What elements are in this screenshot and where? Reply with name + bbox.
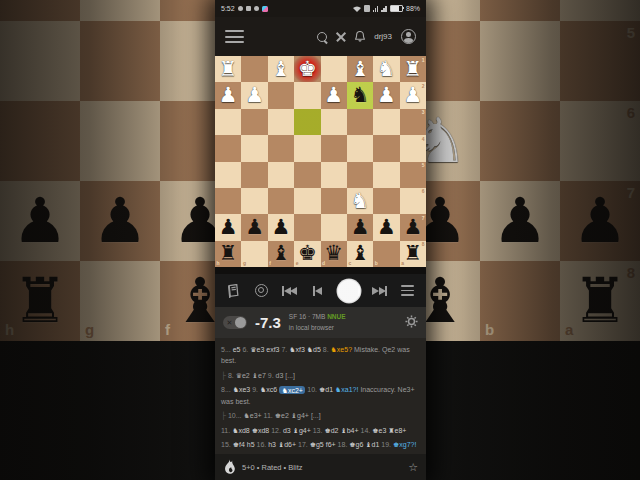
square-a7[interactable]: ♟7 <box>400 214 426 240</box>
battery-icon <box>390 5 403 13</box>
move[interactable]: exf3 <box>266 346 281 353</box>
white-r-piece-h1[interactable]: ♜ <box>219 59 238 80</box>
square-e4[interactable] <box>294 135 320 161</box>
square-f3[interactable] <box>268 109 294 135</box>
practice-target-button[interactable] <box>252 278 270 304</box>
bg-square-b5 <box>480 21 560 101</box>
coordinate-label: 4 <box>422 137 425 142</box>
move-number: 18. <box>338 441 350 448</box>
search-icon[interactable] <box>317 32 327 42</box>
square-c7[interactable]: ♟ <box>347 214 373 240</box>
move[interactable]: ♞xd8 <box>232 427 252 434</box>
coordinate-label: 5 <box>627 25 635 40</box>
bg-square-a6: 6 <box>560 101 640 181</box>
square-e3[interactable] <box>294 109 320 135</box>
square-c6[interactable]: ♞ <box>347 188 373 214</box>
move[interactable]: ♜e8+ <box>388 427 406 434</box>
square-h7[interactable]: ♟ <box>215 214 241 240</box>
move-comment: [...] <box>285 372 295 379</box>
main-line: 11. ♞xd8 ♚xd8 12. d3 ♝g4+ 13. ♚d2 ♝b4+ 1… <box>221 425 420 437</box>
square-g1[interactable] <box>241 56 267 82</box>
black-r-piece-h8[interactable]: ♜ <box>219 243 238 264</box>
move[interactable]: ♞xe3 <box>233 386 253 393</box>
tap-ripple <box>336 278 361 303</box>
jump-end-button[interactable] <box>371 278 389 304</box>
hamburger-menu-icon[interactable] <box>225 30 244 43</box>
variation-tree-connector: ├ <box>221 372 228 379</box>
move[interactable]: d3 <box>283 427 293 434</box>
bg-black-p-piece-a7: ♟ <box>572 190 628 252</box>
bg-black-r-piece-a8: ♜ <box>572 270 628 332</box>
square-a4[interactable]: 4 <box>400 135 426 161</box>
jump-start-button[interactable] <box>281 278 299 304</box>
close-icon[interactable] <box>336 32 346 42</box>
bg-square-b6 <box>480 101 560 181</box>
black-r-piece-a8[interactable]: ♜ <box>403 243 422 264</box>
main-line: 5... e5 6. ♛e3 exf3 7. ♞xf3 ♞d5 8. ♞xe5?… <box>221 344 420 368</box>
square-g4[interactable] <box>241 135 267 161</box>
move[interactable]: ♚e2 <box>275 412 291 419</box>
square-f2[interactable] <box>268 82 294 108</box>
move[interactable]: ♞e3+ <box>243 412 263 419</box>
move[interactable]: ♝g4+ <box>291 412 311 419</box>
menu-icon <box>401 285 414 296</box>
square-f8[interactable]: ♝f <box>268 241 294 267</box>
white-p-piece-h2[interactable]: ♟ <box>219 85 238 106</box>
game-info-bar: 5+0 • Rated • Blitz ☆ <box>215 454 426 480</box>
move-number: 10. <box>305 386 319 393</box>
bg-black-r-piece-h8: ♜ <box>12 270 68 332</box>
engine-nnue-badge: NNUE <box>327 313 345 320</box>
bg-square-a5: 5 <box>560 21 640 101</box>
square-d3[interactable] <box>321 109 347 135</box>
square-f1[interactable]: ♝ <box>268 56 294 82</box>
square-c1[interactable]: ♝ <box>347 56 373 82</box>
nav-bar: drj93 <box>215 17 426 56</box>
white-b-piece-c1[interactable]: ♝ <box>351 59 370 80</box>
square-b1[interactable]: ♞ <box>373 56 399 82</box>
coordinate-label: c <box>348 261 351 266</box>
square-d8[interactable]: ♛d <box>321 241 347 267</box>
black-b-piece-c8[interactable]: ♝ <box>351 243 370 264</box>
move-number: 5... <box>221 346 233 353</box>
target-icon <box>255 284 268 297</box>
square-g7[interactable]: ♟ <box>241 214 267 240</box>
white-r-piece-a1[interactable]: ♜ <box>403 59 422 80</box>
square-e1[interactable]: ♚ <box>294 56 320 82</box>
square-f5[interactable] <box>268 162 294 188</box>
signal2-icon <box>381 6 387 12</box>
coordinate-label: h <box>217 261 220 266</box>
move[interactable]: ♝e7 <box>252 372 268 379</box>
square-f6[interactable] <box>268 188 294 214</box>
settings-gear-icon[interactable] <box>405 314 418 332</box>
bg-square-g5 <box>80 21 160 101</box>
previous-move-button[interactable] <box>309 278 327 304</box>
square-a6[interactable]: 6 <box>400 188 426 214</box>
square-g2[interactable]: ♟ <box>241 82 267 108</box>
square-e5[interactable] <box>294 162 320 188</box>
square-e6[interactable] <box>294 188 320 214</box>
game-info-text: 5+0 • Rated • Blitz <box>242 463 303 472</box>
bg-square-h5 <box>0 21 80 101</box>
bell-icon[interactable] <box>355 31 365 42</box>
phone-screen: 5:52 88% <box>215 0 426 480</box>
move-number: 12. <box>271 427 283 434</box>
move[interactable]: ♞xf3 <box>289 346 307 353</box>
coordinate-label: 1 <box>422 58 425 63</box>
coordinate-label: 7 <box>422 216 425 221</box>
move-number: 8. <box>323 346 331 353</box>
white-n-piece-c6[interactable]: ♞ <box>351 191 370 212</box>
black-q-piece-d8[interactable]: ♛ <box>324 243 343 264</box>
square-g8[interactable]: g <box>241 241 267 267</box>
move-list: 5... e5 6. ♛e3 exf3 7. ♞xf3 ♞d5 8. ♞xe5?… <box>215 338 426 454</box>
coordinate-label: 2 <box>422 84 425 89</box>
bg-square-g6 <box>80 101 160 181</box>
opening-book-button[interactable] <box>224 278 242 304</box>
white-n-piece-b1[interactable]: ♞ <box>377 59 396 80</box>
bg-square-b8: b <box>480 261 560 341</box>
current-move[interactable]: ♞xc2+ <box>279 386 305 394</box>
bg-square-g4 <box>80 0 160 21</box>
coordinate-label: f <box>269 261 271 266</box>
square-c5[interactable] <box>347 162 373 188</box>
black-p-piece-c7[interactable]: ♟ <box>351 217 370 238</box>
bg-black-p-piece-h7: ♟ <box>12 190 68 252</box>
move[interactable]: ♚xg7?! <box>393 441 416 448</box>
engine-name: SF 16 · 7MB <box>289 313 325 320</box>
square-b4[interactable] <box>373 135 399 161</box>
move-number: 8. <box>228 372 236 379</box>
square-e8[interactable]: ♚e <box>294 241 320 267</box>
square-d2[interactable]: ♟ <box>321 82 347 108</box>
move[interactable]: ♛e2 <box>236 372 252 379</box>
coordinate-label: 8 <box>422 242 425 247</box>
square-b3[interactable] <box>373 109 399 135</box>
coordinate-label: a <box>565 322 573 337</box>
square-a5[interactable]: 5 <box>400 162 426 188</box>
square-d6[interactable] <box>321 188 347 214</box>
move[interactable]: ♞xc6 <box>260 386 279 393</box>
move-number: 17. <box>298 441 310 448</box>
bg-black-p-piece-b7: ♟ <box>492 190 548 252</box>
move-number: 10... <box>228 412 244 419</box>
avatar[interactable] <box>401 29 416 44</box>
square-f4[interactable] <box>268 135 294 161</box>
move[interactable]: ♝b4+ <box>340 427 360 434</box>
black-p-piece-b7[interactable]: ♟ <box>377 217 396 238</box>
move[interactable]: ♚d2 <box>324 427 340 434</box>
bg-square-h7: ♟ <box>0 181 80 261</box>
move[interactable]: ♚g6 <box>349 441 365 448</box>
move[interactable]: e5 <box>233 346 243 353</box>
signal-icon <box>373 6 379 12</box>
bg-square-b7: ♟ <box>480 181 560 261</box>
move[interactable]: ♞xa1?! <box>335 386 358 393</box>
bg-square-a8: ♜a8 <box>560 261 640 341</box>
move[interactable]: ♝g4+ <box>293 427 313 434</box>
move-number: 9. <box>268 372 276 379</box>
coordinate-label: a <box>401 261 404 266</box>
sim-icon <box>364 5 370 12</box>
square-c2[interactable]: ♞ <box>347 82 373 108</box>
bg-square-a7: ♟7 <box>560 181 640 261</box>
eye-status-icon <box>238 6 243 11</box>
engine-bar: ✕ -7.3 SF 16 · 7MB NNUE in local browser <box>215 307 426 338</box>
move[interactable]: ♚d1 <box>319 386 335 393</box>
screenshot-thumbnail-icon <box>262 6 268 12</box>
white-b-piece-f1[interactable]: ♝ <box>272 59 291 80</box>
move[interactable]: ♝d6+ <box>278 441 298 448</box>
square-g3[interactable] <box>241 109 267 135</box>
bg-square-h8: ♜h <box>0 261 80 341</box>
clock: 5:52 <box>221 5 235 12</box>
square-d4[interactable] <box>321 135 347 161</box>
screen: ♜♝♚♝♞♜1♟♟♟♞♟♟2345♞6♟♟♟♟♟♟7♜hg♝f♚e♛d♝cb♜a… <box>0 0 640 480</box>
square-c8[interactable]: ♝c <box>347 241 373 267</box>
next-move-button[interactable] <box>337 278 360 304</box>
square-a1[interactable]: ♜1 <box>400 56 426 82</box>
move-comment: [...] <box>311 412 321 419</box>
coordinate-label: g <box>85 322 94 337</box>
coordinate-label: 3 <box>422 110 425 115</box>
square-d7[interactable] <box>321 214 347 240</box>
move[interactable]: ♛e3 <box>250 346 266 353</box>
coordinate-label: e <box>296 261 299 266</box>
coordinate-label: 5 <box>422 163 425 168</box>
square-g5[interactable] <box>241 162 267 188</box>
move[interactable]: ♞d5 <box>307 346 323 353</box>
black-p-piece-h7[interactable]: ♟ <box>219 217 238 238</box>
move[interactable]: d3 <box>276 372 286 379</box>
move-number: 11. <box>221 427 232 434</box>
move-number: 13. <box>313 427 325 434</box>
square-a3[interactable]: 3 <box>400 109 426 135</box>
black-b-piece-f8[interactable]: ♝ <box>272 243 291 264</box>
star-favorite-button[interactable]: ☆ <box>408 461 418 474</box>
coordinate-label: f <box>165 322 170 337</box>
engine-info: SF 16 · 7MB NNUE in local browser <box>289 312 346 332</box>
move[interactable]: ♚xd8 <box>252 427 272 434</box>
square-f7[interactable]: ♟ <box>268 214 294 240</box>
square-e7[interactable] <box>294 214 320 240</box>
engine-location: in local browser <box>289 324 334 331</box>
coordinate-label: 8 <box>627 265 635 280</box>
move-number: 19. <box>381 441 393 448</box>
move-number: 8... <box>221 386 233 393</box>
move-number: 9. <box>252 386 260 393</box>
square-e2[interactable] <box>294 82 320 108</box>
wifi-icon <box>353 6 361 12</box>
nfc-status-icon <box>254 6 259 11</box>
black-p-piece-a7[interactable]: ♟ <box>403 217 422 238</box>
main-line: 15. ♚f4 h5 16. h3 ♝d6+ 17. ♚g5 f6+ 18. ♚… <box>221 439 420 451</box>
black-p-piece-f7[interactable]: ♟ <box>272 217 291 238</box>
move[interactable]: ♚e3 <box>372 427 388 434</box>
black-n-piece-c2[interactable]: ♞ <box>351 85 370 106</box>
square-g6[interactable] <box>241 188 267 214</box>
move-number: 15. <box>221 441 233 448</box>
move[interactable]: ♚f4 <box>233 441 247 448</box>
main-line: 8... ♞xe3 9. ♞xc6 ♞xc2+ 10. ♚d1 ♞xa1?! I… <box>221 384 420 408</box>
square-b2[interactable]: ♟ <box>373 82 399 108</box>
coordinate-label: b <box>485 322 494 337</box>
bg-square-h6 <box>0 101 80 181</box>
move[interactable]: ♚g5 <box>310 441 326 448</box>
square-h2[interactable]: ♟ <box>215 82 241 108</box>
bg-black-p-piece-g7: ♟ <box>92 190 148 252</box>
square-b6[interactable] <box>373 188 399 214</box>
white-p-piece-b2[interactable]: ♟ <box>377 85 396 106</box>
bg-square-h4 <box>0 0 80 21</box>
square-a8[interactable]: ♜a8 <box>400 241 426 267</box>
variation-line: ├ 10... ♞e3+ 11. ♚e2 ♝g4+ [...] <box>221 410 420 422</box>
chat-status-icon <box>246 6 251 11</box>
move-number: 11. <box>264 412 275 419</box>
square-d5[interactable] <box>321 162 347 188</box>
square-h8[interactable]: ♜h <box>215 241 241 267</box>
square-h3[interactable] <box>215 109 241 135</box>
black-k-piece-e8[interactable]: ♚ <box>298 243 317 264</box>
coordinate-label: 6 <box>422 189 425 194</box>
bg-square-g7: ♟ <box>80 181 160 261</box>
white-p-piece-a2[interactable]: ♟ <box>403 85 422 106</box>
battery-percent: 88% <box>406 5 420 12</box>
move[interactable]: f6+ <box>326 441 338 448</box>
analysis-controls <box>215 274 426 307</box>
coordinate-label: b <box>375 261 378 266</box>
square-b7[interactable]: ♟ <box>373 214 399 240</box>
white-p-piece-g2[interactable]: ♟ <box>245 85 264 106</box>
coordinate-label: g <box>243 261 246 266</box>
square-h5[interactable] <box>215 162 241 188</box>
coordinate-label: 6 <box>627 105 635 120</box>
bg-square-a4: 4 <box>560 0 640 21</box>
analysis-menu-button[interactable] <box>399 278 417 304</box>
black-p-piece-g7[interactable]: ♟ <box>245 217 264 238</box>
square-b8[interactable]: b <box>373 241 399 267</box>
white-k-piece-e1[interactable]: ♚ <box>298 59 317 80</box>
move-number: 16. <box>256 441 268 448</box>
eval-score: -7.3 <box>255 314 281 331</box>
square-h6[interactable] <box>215 188 241 214</box>
move-number: 14. <box>361 427 373 434</box>
status-bar: 5:52 88% <box>215 0 426 17</box>
square-h4[interactable] <box>215 135 241 161</box>
board-gap <box>215 267 426 274</box>
move[interactable]: ♞xe5? <box>331 346 352 353</box>
chess-board[interactable]: ♜♝♚♝♞♜1♟♟♟♞♟♟2345♞6♟♟♟♟♟♟7♜hg♝f♚e♛d♝cb♜a… <box>215 56 426 267</box>
username[interactable]: drj93 <box>374 32 392 41</box>
square-h1[interactable]: ♜ <box>215 56 241 82</box>
square-b5[interactable] <box>373 162 399 188</box>
square-c3[interactable] <box>347 109 373 135</box>
move[interactable]: h3 <box>268 441 278 448</box>
bg-square-g8: g <box>80 261 160 341</box>
variation-line: ├ 8. ♛e2 ♝e7 9. d3 [...] <box>221 370 420 382</box>
coordinate-label: h <box>5 322 14 337</box>
square-d1[interactable] <box>321 56 347 82</box>
variation-tree-connector: ├ <box>221 412 228 419</box>
coordinate-label: d <box>322 261 325 266</box>
move[interactable]: ♝d1 <box>365 441 381 448</box>
white-p-piece-d2[interactable]: ♟ <box>324 85 343 106</box>
coordinate-label: 7 <box>627 185 635 200</box>
engine-toggle[interactable]: ✕ <box>223 316 247 329</box>
square-a2[interactable]: ♟2 <box>400 82 426 108</box>
square-c4[interactable] <box>347 135 373 161</box>
bg-square-b4 <box>480 0 560 21</box>
blitz-flame-icon <box>223 459 236 475</box>
